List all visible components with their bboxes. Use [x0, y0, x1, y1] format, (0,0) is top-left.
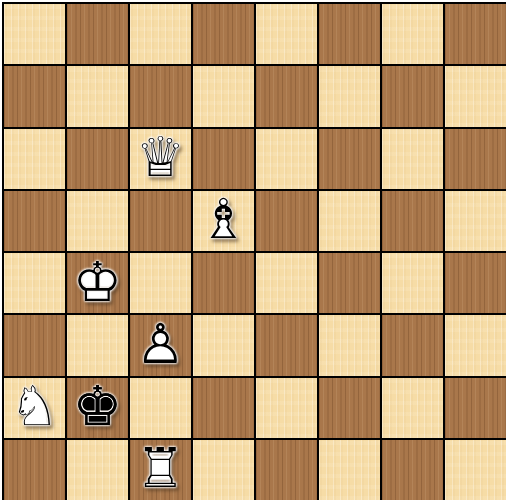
square-h1[interactable] — [445, 440, 506, 500]
square-f4[interactable] — [319, 253, 380, 313]
square-h5[interactable] — [445, 191, 506, 251]
square-g8[interactable] — [382, 4, 443, 64]
square-c5[interactable] — [130, 191, 191, 251]
square-a6[interactable] — [4, 129, 65, 189]
square-e6[interactable] — [256, 129, 317, 189]
square-e5[interactable] — [256, 191, 317, 251]
square-d6[interactable] — [193, 129, 254, 189]
square-h2[interactable] — [445, 378, 506, 438]
square-a8[interactable] — [4, 4, 65, 64]
square-h7[interactable] — [445, 66, 506, 126]
square-c3[interactable]: ♟♙ — [130, 315, 191, 375]
square-h4[interactable] — [445, 253, 506, 313]
white-pawn[interactable]: ♟♙ — [130, 315, 191, 375]
square-c2[interactable] — [130, 378, 191, 438]
square-b4[interactable]: ♚♔ — [67, 253, 128, 313]
white-pawn-icon: ♙ — [130, 315, 191, 375]
white-bishop-icon: ♗ — [193, 191, 254, 251]
square-b5[interactable] — [67, 191, 128, 251]
square-g3[interactable] — [382, 315, 443, 375]
chess-board: ♛♕♝♗♚♔♟♙♞♘♚♚♜♖ — [2, 2, 506, 500]
black-king[interactable]: ♚♚ — [67, 378, 128, 438]
black-king-icon: ♚ — [67, 378, 128, 438]
square-g4[interactable] — [382, 253, 443, 313]
square-e1[interactable] — [256, 440, 317, 500]
white-rook[interactable]: ♜♖ — [130, 440, 191, 500]
square-b1[interactable] — [67, 440, 128, 500]
square-c7[interactable] — [130, 66, 191, 126]
square-b6[interactable] — [67, 129, 128, 189]
white-queen[interactable]: ♛♕ — [130, 129, 191, 189]
page: ♛♕♝♗♚♔♟♙♞♘♚♚♜♖ — [0, 0, 506, 500]
square-e7[interactable] — [256, 66, 317, 126]
square-b2[interactable]: ♚♚ — [67, 378, 128, 438]
square-h6[interactable] — [445, 129, 506, 189]
square-b3[interactable] — [67, 315, 128, 375]
white-knight[interactable]: ♞♘ — [4, 378, 65, 438]
square-b7[interactable] — [67, 66, 128, 126]
square-a3[interactable] — [4, 315, 65, 375]
square-e4[interactable] — [256, 253, 317, 313]
square-b8[interactable] — [67, 4, 128, 64]
white-king[interactable]: ♚♔ — [67, 253, 128, 313]
square-a4[interactable] — [4, 253, 65, 313]
white-rook-icon: ♖ — [130, 440, 191, 500]
square-a7[interactable] — [4, 66, 65, 126]
square-h8[interactable] — [445, 4, 506, 64]
square-d3[interactable] — [193, 315, 254, 375]
square-g1[interactable] — [382, 440, 443, 500]
square-f8[interactable] — [319, 4, 380, 64]
square-f2[interactable] — [319, 378, 380, 438]
white-bishop[interactable]: ♝♗ — [193, 191, 254, 251]
square-g5[interactable] — [382, 191, 443, 251]
square-h3[interactable] — [445, 315, 506, 375]
square-d1[interactable] — [193, 440, 254, 500]
square-d2[interactable] — [193, 378, 254, 438]
square-d5[interactable]: ♝♗ — [193, 191, 254, 251]
square-e8[interactable] — [256, 4, 317, 64]
square-g7[interactable] — [382, 66, 443, 126]
square-c8[interactable] — [130, 4, 191, 64]
square-e2[interactable] — [256, 378, 317, 438]
square-c6[interactable]: ♛♕ — [130, 129, 191, 189]
square-d4[interactable] — [193, 253, 254, 313]
square-f5[interactable] — [319, 191, 380, 251]
square-a1[interactable] — [4, 440, 65, 500]
square-f1[interactable] — [319, 440, 380, 500]
white-king-icon: ♔ — [67, 253, 128, 313]
square-d8[interactable] — [193, 4, 254, 64]
square-g6[interactable] — [382, 129, 443, 189]
white-queen-icon: ♕ — [130, 129, 191, 189]
square-f3[interactable] — [319, 315, 380, 375]
square-g2[interactable] — [382, 378, 443, 438]
square-a2[interactable]: ♞♘ — [4, 378, 65, 438]
square-a5[interactable] — [4, 191, 65, 251]
square-d7[interactable] — [193, 66, 254, 126]
square-e3[interactable] — [256, 315, 317, 375]
square-c1[interactable]: ♜♖ — [130, 440, 191, 500]
square-c4[interactable] — [130, 253, 191, 313]
square-f6[interactable] — [319, 129, 380, 189]
white-knight-icon: ♘ — [4, 378, 65, 438]
square-f7[interactable] — [319, 66, 380, 126]
